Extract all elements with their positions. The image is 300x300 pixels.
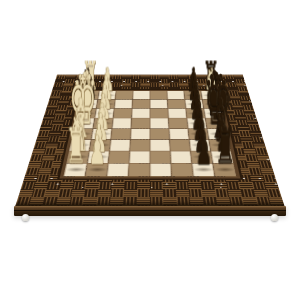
black-rook-glyph: ♜ — [214, 122, 234, 171]
ball-foot-right — [271, 214, 278, 221]
perspective-scene: ♜♞♝♛♚♝♞♜♟♟♟♟♟♟♟♟♟♟♟♟♟♟♟♟♜♞♝♛♚♝♞♜ — [0, 0, 300, 300]
square-f5[interactable] — [150, 139, 170, 151]
square-h6[interactable] — [171, 163, 193, 176]
white-rook-glyph: ♜ — [65, 122, 85, 171]
square-h3[interactable] — [107, 163, 129, 176]
square-h4[interactable] — [128, 163, 150, 176]
white-pawn-glyph: ♟ — [88, 131, 105, 171]
black-pawn-glyph: ♟ — [195, 131, 212, 171]
square-f6[interactable] — [170, 139, 191, 151]
square-g6[interactable] — [170, 151, 192, 163]
square-f3[interactable] — [110, 139, 131, 151]
square-f4[interactable] — [130, 139, 150, 151]
square-g3[interactable] — [108, 151, 130, 163]
chess-board: ♜♞♝♛♚♝♞♜♟♟♟♟♟♟♟♟♟♟♟♟♟♟♟♟♜♞♝♛♚♝♞♜ — [15, 75, 285, 207]
board-side-edge — [14, 206, 286, 216]
square-h5[interactable] — [150, 163, 172, 176]
square-g4[interactable] — [129, 151, 150, 163]
square-g5[interactable] — [150, 151, 171, 163]
ball-foot-left — [22, 214, 29, 221]
chess-set-photo: ♜♞♝♛♚♝♞♜♟♟♟♟♟♟♟♟♟♟♟♟♟♟♟♟♜♞♝♛♚♝♞♜ — [0, 0, 300, 300]
